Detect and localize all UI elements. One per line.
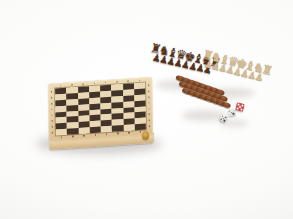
frame-dot-icon [71,84,73,86]
board-face [48,77,153,142]
die-pip [236,107,238,109]
product-photo-scene: ♜♞♝♛♚♝♞♜♟♟♟♟♟♟♟♟ ♜♞♝♛♚♝♞♜♟♟♟♟♟♟♟♟ [0,0,293,219]
die-icon [227,108,235,116]
frame-dot-icon [149,125,151,127]
die-pip [233,113,235,115]
frame-dot-icon [148,90,150,92]
die-icon [235,102,245,112]
board-square [101,126,112,133]
frame-dot-icon [83,135,85,137]
board-square [56,129,67,136]
frame-dot-icon [105,82,107,84]
die-pip [223,120,225,122]
frame-dot-icon [51,91,53,93]
checkers-discs [175,76,225,106]
frame-dot-icon [139,131,141,133]
frame-dot-icon [148,96,150,98]
chess-board [48,77,153,142]
frame-dot-icon [149,120,151,122]
frame-dot-icon [61,136,63,138]
frame-dot-icon [72,136,74,138]
checker-disc [221,101,231,108]
frame-dot-icon [82,83,84,85]
frame-dot-icon [148,84,150,86]
die-pip [220,118,222,120]
board-square [78,127,89,134]
frame-dot-icon [148,108,150,110]
die-pip [241,104,243,106]
frame-dot-icon [148,102,150,104]
frame-dot-icon [51,120,53,122]
die-pip [225,116,227,118]
board-grid [55,83,146,136]
frame-dot-icon [51,97,53,99]
frame-dot-icon [139,80,141,82]
frame-dot-icon [148,114,150,116]
frame-dot-icon [94,83,96,85]
frame-dot-icon [127,80,129,82]
frame-dot-icon [51,114,53,116]
die-pip [240,108,242,110]
frame-dot-icon [51,132,53,134]
board-square [135,124,146,131]
frame-dot-icon [51,126,53,128]
frame-dot-icon [116,81,118,83]
chess-piece-p: ♟ [254,71,265,83]
board-square [90,127,101,134]
frame-dot-icon [117,133,119,135]
frame-dot-icon [51,108,53,110]
board-square [112,125,123,132]
light-chess-pieces: ♜♞♝♛♚♝♞♜♟♟♟♟♟♟♟♟ [202,49,274,85]
frame-dot-icon [94,134,96,136]
frame-dot-icon [106,133,108,135]
board-square [67,128,78,135]
board-square [123,124,134,131]
frame-dot-icon [60,85,62,87]
frame-dot-icon [51,103,53,105]
frame-dot-icon [128,132,130,134]
